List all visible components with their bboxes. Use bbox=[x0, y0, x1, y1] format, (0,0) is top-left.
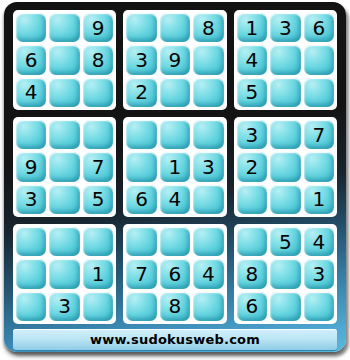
sudoku-cell-r5c1[interactable]: 9 bbox=[16, 152, 46, 181]
sudoku-box-5: 1364 bbox=[123, 117, 226, 217]
sudoku-cell-r5c9[interactable] bbox=[304, 152, 334, 181]
sudoku-cell-r5c5[interactable]: 1 bbox=[160, 152, 190, 181]
site-url-link[interactable]: www.sudokusweb.com bbox=[90, 332, 260, 347]
sudoku-cell-r4c9[interactable]: 7 bbox=[304, 120, 334, 149]
sudoku-cell-r9c8[interactable] bbox=[270, 292, 300, 321]
sudoku-cell-r5c4[interactable] bbox=[126, 152, 156, 181]
sudoku-cell-r1c1[interactable] bbox=[16, 13, 46, 42]
sudoku-box-6: 3721 bbox=[234, 117, 337, 217]
sudoku-cell-r3c7[interactable]: 5 bbox=[237, 78, 267, 107]
sudoku-cell-r1c8[interactable]: 3 bbox=[270, 13, 300, 42]
sudoku-cell-r5c2[interactable] bbox=[49, 152, 79, 181]
sudoku-cell-r7c2[interactable] bbox=[49, 227, 79, 256]
sudoku-cell-r9c1[interactable] bbox=[16, 292, 46, 321]
sudoku-box-1: 9684 bbox=[13, 10, 116, 110]
sudoku-cell-r9c6[interactable] bbox=[193, 292, 223, 321]
sudoku-cell-r4c3[interactable] bbox=[83, 120, 113, 149]
sudoku-cell-r9c3[interactable] bbox=[83, 292, 113, 321]
sudoku-cell-r4c8[interactable] bbox=[270, 120, 300, 149]
sudoku-cell-r6c5[interactable]: 4 bbox=[160, 185, 190, 214]
sudoku-cell-r9c7[interactable]: 6 bbox=[237, 292, 267, 321]
sudoku-cell-r7c8[interactable]: 5 bbox=[270, 227, 300, 256]
sudoku-box-3: 13645 bbox=[234, 10, 337, 110]
sudoku-cell-r5c7[interactable]: 2 bbox=[237, 152, 267, 181]
sudoku-cell-r6c2[interactable] bbox=[49, 185, 79, 214]
sudoku-cell-r7c1[interactable] bbox=[16, 227, 46, 256]
sudoku-cell-r4c4[interactable] bbox=[126, 120, 156, 149]
footer-bar: www.sudokusweb.com bbox=[13, 329, 337, 350]
sudoku-cell-r6c8[interactable] bbox=[270, 185, 300, 214]
sudoku-cell-r9c9[interactable] bbox=[304, 292, 334, 321]
sudoku-cell-r6c1[interactable]: 3 bbox=[16, 185, 46, 214]
sudoku-cell-r8c1[interactable] bbox=[16, 259, 46, 288]
sudoku-cell-r1c6[interactable]: 8 bbox=[193, 13, 223, 42]
sudoku-cell-r3c8[interactable] bbox=[270, 78, 300, 107]
sudoku-cell-r6c6[interactable] bbox=[193, 185, 223, 214]
sudoku-cell-r4c7[interactable]: 3 bbox=[237, 120, 267, 149]
sudoku-cell-r1c4[interactable] bbox=[126, 13, 156, 42]
sudoku-cell-r6c9[interactable]: 1 bbox=[304, 185, 334, 214]
sudoku-cell-r2c6[interactable] bbox=[193, 45, 223, 74]
sudoku-cell-r8c7[interactable]: 8 bbox=[237, 259, 267, 288]
sudoku-cell-r9c5[interactable]: 8 bbox=[160, 292, 190, 321]
sudoku-cell-r1c3[interactable]: 9 bbox=[83, 13, 113, 42]
sudoku-cell-r3c6[interactable] bbox=[193, 78, 223, 107]
sudoku-cell-r1c2[interactable] bbox=[49, 13, 79, 42]
sudoku-cell-r6c4[interactable]: 6 bbox=[126, 185, 156, 214]
sudoku-cell-r5c8[interactable] bbox=[270, 152, 300, 181]
sudoku-cell-r8c8[interactable] bbox=[270, 259, 300, 288]
sudoku-cell-r7c5[interactable] bbox=[160, 227, 190, 256]
sudoku-box-2: 8392 bbox=[123, 10, 226, 110]
sudoku-cell-r9c2[interactable]: 3 bbox=[49, 292, 79, 321]
sudoku-box-4: 9735 bbox=[13, 117, 116, 217]
sudoku-cell-r8c4[interactable]: 7 bbox=[126, 259, 156, 288]
sudoku-cell-r2c4[interactable]: 3 bbox=[126, 45, 156, 74]
sudoku-cell-r7c9[interactable]: 4 bbox=[304, 227, 334, 256]
sudoku-cell-r2c3[interactable]: 8 bbox=[83, 45, 113, 74]
sudoku-cell-r2c8[interactable] bbox=[270, 45, 300, 74]
sudoku-cell-r5c6[interactable]: 3 bbox=[193, 152, 223, 181]
sudoku-cell-r4c2[interactable] bbox=[49, 120, 79, 149]
sudoku-cell-r8c9[interactable]: 3 bbox=[304, 259, 334, 288]
sudoku-cell-r1c7[interactable]: 1 bbox=[237, 13, 267, 42]
sudoku-cell-r9c4[interactable] bbox=[126, 292, 156, 321]
sudoku-cell-r8c6[interactable]: 4 bbox=[193, 259, 223, 288]
sudoku-cell-r3c2[interactable] bbox=[49, 78, 79, 107]
sudoku-cell-r7c7[interactable] bbox=[237, 227, 267, 256]
sudoku-cell-r2c5[interactable]: 9 bbox=[160, 45, 190, 74]
sudoku-board: 968483921364597351364372113764854836 bbox=[13, 10, 337, 324]
sudoku-cell-r5c3[interactable]: 7 bbox=[83, 152, 113, 181]
sudoku-box-7: 13 bbox=[13, 224, 116, 324]
sudoku-cell-r3c3[interactable] bbox=[83, 78, 113, 107]
sudoku-cell-r1c5[interactable] bbox=[160, 13, 190, 42]
sudoku-cell-r1c9[interactable]: 6 bbox=[304, 13, 334, 42]
sudoku-box-8: 7648 bbox=[123, 224, 226, 324]
sudoku-cell-r6c7[interactable] bbox=[237, 185, 267, 214]
sudoku-cell-r8c3[interactable]: 1 bbox=[83, 259, 113, 288]
sudoku-cell-r8c2[interactable] bbox=[49, 259, 79, 288]
sudoku-box-9: 54836 bbox=[234, 224, 337, 324]
sudoku-cell-r3c4[interactable]: 2 bbox=[126, 78, 156, 107]
sudoku-cell-r3c1[interactable]: 4 bbox=[16, 78, 46, 107]
sudoku-cell-r7c3[interactable] bbox=[83, 227, 113, 256]
sudoku-cell-r2c9[interactable] bbox=[304, 45, 334, 74]
sudoku-cell-r4c6[interactable] bbox=[193, 120, 223, 149]
sudoku-cell-r4c1[interactable] bbox=[16, 120, 46, 149]
puzzle-frame: 968483921364597351364372113764854836 www… bbox=[4, 2, 346, 352]
sudoku-cell-r6c3[interactable]: 5 bbox=[83, 185, 113, 214]
sudoku-cell-r7c6[interactable] bbox=[193, 227, 223, 256]
sudoku-cell-r2c2[interactable] bbox=[49, 45, 79, 74]
sudoku-cell-r2c1[interactable]: 6 bbox=[16, 45, 46, 74]
sudoku-cell-r8c5[interactable]: 6 bbox=[160, 259, 190, 288]
sudoku-cell-r4c5[interactable] bbox=[160, 120, 190, 149]
sudoku-cell-r3c5[interactable] bbox=[160, 78, 190, 107]
sudoku-cell-r7c4[interactable] bbox=[126, 227, 156, 256]
sudoku-cell-r3c9[interactable] bbox=[304, 78, 334, 107]
sudoku-cell-r2c7[interactable]: 4 bbox=[237, 45, 267, 74]
